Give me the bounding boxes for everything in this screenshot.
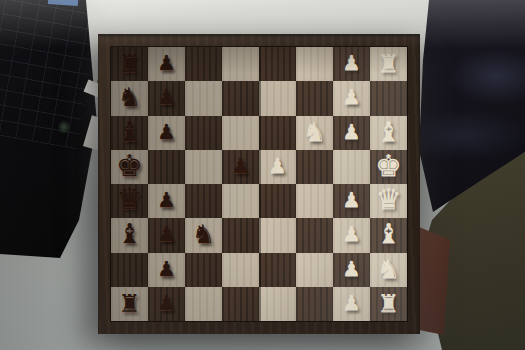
razer-logo-icon [58, 120, 70, 134]
black-pawn-e5[interactable]: ♟ [231, 156, 250, 177]
square-f2[interactable]: ♟ [333, 116, 370, 150]
square-h8[interactable]: ♜ [111, 47, 148, 81]
square-e8[interactable]: ♚ [111, 150, 148, 184]
square-a2[interactable]: ♟ [333, 287, 370, 321]
square-e5[interactable]: ♟ [222, 150, 259, 184]
square-d2[interactable]: ♟ [333, 184, 370, 218]
black-pawn-g7[interactable]: ♟ [157, 87, 176, 108]
black-pawn-a7[interactable]: ♟ [157, 293, 176, 314]
laptop-keyboard [0, 0, 100, 262]
square-g5[interactable] [222, 81, 259, 115]
square-e2[interactable] [333, 150, 370, 184]
square-b2[interactable]: ♟ [333, 253, 370, 287]
black-king-e8[interactable]: ♚ [116, 151, 143, 181]
square-a4[interactable] [259, 287, 296, 321]
white-pawn-f2[interactable]: ♟ [342, 121, 361, 142]
square-e1[interactable]: ♚ [370, 150, 407, 184]
square-h5[interactable] [222, 47, 259, 81]
laptop-keys [0, 0, 102, 149]
white-pawn-d2[interactable]: ♟ [342, 190, 361, 211]
square-g3[interactable] [296, 81, 333, 115]
black-pawn-f7[interactable]: ♟ [157, 121, 176, 142]
square-f4[interactable] [259, 116, 296, 150]
square-d8[interactable]: ♛ [111, 184, 148, 218]
black-pawn-d7[interactable]: ♟ [157, 190, 176, 211]
square-c6[interactable]: ♞ [185, 218, 222, 252]
square-a3[interactable] [296, 287, 333, 321]
square-f1[interactable]: ♝ [370, 116, 407, 150]
square-a6[interactable] [185, 287, 222, 321]
square-a8[interactable]: ♜ [111, 287, 148, 321]
square-e7[interactable] [148, 150, 185, 184]
square-h2[interactable]: ♟ [333, 47, 370, 81]
square-b3[interactable] [296, 253, 333, 287]
square-a1[interactable]: ♜ [370, 287, 407, 321]
square-g8[interactable]: ♞ [111, 81, 148, 115]
square-c3[interactable] [296, 218, 333, 252]
photo-scene: ♜♟♟♜♞♟♟♝♟♞♟♝♚♟♟♚♛♟♟♛♝♟♞♟♝♟♟♞♜♟♟♜ [0, 0, 525, 350]
white-knight-b1[interactable]: ♞ [377, 256, 400, 282]
white-pawn-e4[interactable]: ♟ [268, 156, 287, 177]
square-g4[interactable] [259, 81, 296, 115]
black-knight-c6[interactable]: ♞ [192, 221, 215, 247]
square-g1[interactable] [370, 81, 407, 115]
square-e4[interactable]: ♟ [259, 150, 296, 184]
black-bishop-f8[interactable]: ♝ [117, 118, 141, 145]
white-pawn-b2[interactable]: ♟ [342, 258, 361, 279]
chess-board: ♜♟♟♜♞♟♟♝♟♞♟♝♚♟♟♚♛♟♟♛♝♟♞♟♝♟♟♞♜♟♟♜ [98, 34, 420, 334]
black-knight-g8[interactable]: ♞ [118, 84, 141, 110]
square-f5[interactable] [222, 116, 259, 150]
white-pawn-h2[interactable]: ♟ [342, 53, 361, 74]
black-pawn-c7[interactable]: ♟ [157, 224, 176, 245]
square-h7[interactable]: ♟ [148, 47, 185, 81]
square-d1[interactable]: ♛ [370, 184, 407, 218]
square-d7[interactable]: ♟ [148, 184, 185, 218]
white-king-e1[interactable]: ♚ [375, 151, 402, 181]
square-h1[interactable]: ♜ [370, 47, 407, 81]
square-c7[interactable]: ♟ [148, 218, 185, 252]
white-pawn-g2[interactable]: ♟ [342, 87, 361, 108]
square-c8[interactable]: ♝ [111, 218, 148, 252]
white-bishop-f1[interactable]: ♝ [376, 118, 400, 145]
chess-board-grid: ♜♟♟♜♞♟♟♝♟♞♟♝♚♟♟♚♛♟♟♛♝♟♞♟♝♟♟♞♜♟♟♜ [111, 47, 407, 321]
square-b4[interactable] [259, 253, 296, 287]
square-e6[interactable] [185, 150, 222, 184]
white-knight-f3[interactable]: ♞ [303, 119, 326, 145]
square-c2[interactable]: ♟ [333, 218, 370, 252]
black-queen-d8[interactable]: ♛ [117, 185, 143, 214]
square-f6[interactable] [185, 116, 222, 150]
square-h3[interactable] [296, 47, 333, 81]
square-d4[interactable] [259, 184, 296, 218]
square-f7[interactable]: ♟ [148, 116, 185, 150]
square-b7[interactable]: ♟ [148, 253, 185, 287]
white-bishop-c1[interactable]: ♝ [376, 221, 400, 248]
square-h6[interactable] [185, 47, 222, 81]
square-b5[interactable] [222, 253, 259, 287]
black-rook-a8[interactable]: ♜ [118, 290, 140, 315]
square-c5[interactable] [222, 218, 259, 252]
square-c4[interactable] [259, 218, 296, 252]
white-queen-d1[interactable]: ♛ [376, 185, 402, 214]
black-bishop-c8[interactable]: ♝ [117, 221, 141, 248]
square-f3[interactable]: ♞ [296, 116, 333, 150]
black-rook-h8[interactable]: ♜ [118, 51, 140, 76]
square-f8[interactable]: ♝ [111, 116, 148, 150]
square-g2[interactable]: ♟ [333, 81, 370, 115]
white-rook-a1[interactable]: ♜ [377, 290, 399, 315]
square-g7[interactable]: ♟ [148, 81, 185, 115]
square-b1[interactable]: ♞ [370, 253, 407, 287]
white-pawn-c2[interactable]: ♟ [342, 224, 361, 245]
square-d6[interactable] [185, 184, 222, 218]
square-d5[interactable] [222, 184, 259, 218]
square-d3[interactable] [296, 184, 333, 218]
square-h4[interactable] [259, 47, 296, 81]
square-a7[interactable]: ♟ [148, 287, 185, 321]
board-fold-seam [259, 47, 261, 321]
square-e3[interactable] [296, 150, 333, 184]
black-pawn-h7[interactable]: ♟ [157, 53, 176, 74]
white-pawn-a2[interactable]: ♟ [342, 293, 361, 314]
square-b8[interactable] [111, 253, 148, 287]
square-g6[interactable] [185, 81, 222, 115]
square-c1[interactable]: ♝ [370, 218, 407, 252]
black-pawn-b7[interactable]: ♟ [157, 258, 176, 279]
square-a5[interactable] [222, 287, 259, 321]
square-b6[interactable] [185, 253, 222, 287]
white-rook-h1[interactable]: ♜ [377, 51, 399, 76]
